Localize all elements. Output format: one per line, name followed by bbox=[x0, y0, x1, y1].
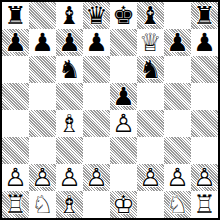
black-king-fill-glyph: ♚ bbox=[110, 2, 137, 29]
black-rook-fill-glyph: ♜ bbox=[2, 2, 29, 29]
square-b6[interactable] bbox=[29, 56, 56, 83]
white-king-piece: ♚♔ bbox=[110, 191, 137, 218]
square-d2[interactable]: ♟♙ bbox=[83, 164, 110, 191]
black-rook-fill-glyph: ♜ bbox=[191, 2, 218, 29]
square-h2[interactable]: ♟♙ bbox=[191, 164, 218, 191]
square-a6[interactable] bbox=[2, 56, 29, 83]
square-h1[interactable]: ♜♖ bbox=[191, 191, 218, 218]
black-knight-fill-glyph: ♞ bbox=[56, 56, 83, 83]
black-pawn-piece: ♟ bbox=[191, 29, 218, 56]
square-c3[interactable] bbox=[56, 137, 83, 164]
white-pawn-piece: ♟♙ bbox=[56, 164, 83, 191]
square-c1[interactable]: ♝♗ bbox=[56, 191, 83, 218]
square-d7[interactable]: ♟ bbox=[83, 29, 110, 56]
square-f4[interactable] bbox=[137, 110, 164, 137]
white-rook-outline-glyph: ♖ bbox=[191, 191, 218, 218]
black-queen-piece: ♛ bbox=[83, 2, 110, 29]
square-a3[interactable] bbox=[2, 137, 29, 164]
black-bishop-piece: ♝ bbox=[137, 2, 164, 29]
square-e8[interactable]: ♚ bbox=[110, 2, 137, 29]
black-rook-piece: ♜ bbox=[191, 2, 218, 29]
white-pawn-piece: ♟♙ bbox=[29, 164, 56, 191]
square-e5[interactable]: ♟ bbox=[110, 83, 137, 110]
square-c7[interactable]: ♟ bbox=[56, 29, 83, 56]
square-e6[interactable] bbox=[110, 56, 137, 83]
square-h7[interactable]: ♟ bbox=[191, 29, 218, 56]
black-pawn-fill-glyph: ♟ bbox=[83, 29, 110, 56]
square-e4[interactable]: ♟♙ bbox=[110, 110, 137, 137]
white-pawn-outline-glyph: ♙ bbox=[137, 164, 164, 191]
white-pawn-outline-glyph: ♙ bbox=[29, 164, 56, 191]
square-d3[interactable] bbox=[83, 137, 110, 164]
square-b8[interactable] bbox=[29, 2, 56, 29]
black-knight-piece: ♞ bbox=[137, 56, 164, 83]
square-f3[interactable] bbox=[137, 137, 164, 164]
white-rook-piece: ♜♖ bbox=[2, 191, 29, 218]
white-pawn-outline-glyph: ♙ bbox=[164, 164, 191, 191]
white-queen-outline-glyph: ♕ bbox=[137, 29, 164, 56]
square-a4[interactable] bbox=[2, 110, 29, 137]
square-g4[interactable] bbox=[164, 110, 191, 137]
black-pawn-fill-glyph: ♟ bbox=[56, 29, 83, 56]
square-h3[interactable] bbox=[191, 137, 218, 164]
square-h8[interactable]: ♜ bbox=[191, 2, 218, 29]
chess-board: ♜♝♛♚♝♜♟♟♟♟♛♕♟♟♞♞♟♝♗♟♙♟♙♟♙♟♙♟♙♟♙♟♙♟♙♜♖♞♘♝… bbox=[0, 0, 220, 220]
white-pawn-outline-glyph: ♙ bbox=[191, 164, 218, 191]
white-pawn-piece: ♟♙ bbox=[2, 164, 29, 191]
square-h5[interactable] bbox=[191, 83, 218, 110]
white-pawn-piece: ♟♙ bbox=[83, 164, 110, 191]
black-bishop-fill-glyph: ♝ bbox=[137, 2, 164, 29]
white-bishop-piece: ♝♗ bbox=[56, 191, 83, 218]
white-rook-outline-glyph: ♖ bbox=[2, 191, 29, 218]
white-pawn-outline-glyph: ♙ bbox=[83, 164, 110, 191]
black-rook-piece: ♜ bbox=[2, 2, 29, 29]
square-e2[interactable] bbox=[110, 164, 137, 191]
square-c4[interactable]: ♝♗ bbox=[56, 110, 83, 137]
black-king-piece: ♚ bbox=[110, 2, 137, 29]
black-pawn-fill-glyph: ♟ bbox=[2, 29, 29, 56]
square-c2[interactable]: ♟♙ bbox=[56, 164, 83, 191]
square-f8[interactable]: ♝ bbox=[137, 2, 164, 29]
square-g5[interactable] bbox=[164, 83, 191, 110]
square-b5[interactable] bbox=[29, 83, 56, 110]
square-b1[interactable]: ♞♘ bbox=[29, 191, 56, 218]
square-a1[interactable]: ♜♖ bbox=[2, 191, 29, 218]
square-a5[interactable] bbox=[2, 83, 29, 110]
white-pawn-outline-glyph: ♙ bbox=[2, 164, 29, 191]
white-pawn-piece: ♟♙ bbox=[164, 164, 191, 191]
white-knight-piece: ♞♘ bbox=[164, 191, 191, 218]
square-a8[interactable]: ♜ bbox=[2, 2, 29, 29]
square-d4[interactable] bbox=[83, 110, 110, 137]
square-g1[interactable]: ♞♘ bbox=[164, 191, 191, 218]
square-e1[interactable]: ♚♔ bbox=[110, 191, 137, 218]
black-pawn-piece: ♟ bbox=[164, 29, 191, 56]
black-bishop-piece: ♝ bbox=[56, 2, 83, 29]
square-a2[interactable]: ♟♙ bbox=[2, 164, 29, 191]
white-queen-piece: ♛♕ bbox=[137, 29, 164, 56]
white-knight-outline-glyph: ♘ bbox=[164, 191, 191, 218]
square-f7[interactable]: ♛♕ bbox=[137, 29, 164, 56]
white-knight-piece: ♞♘ bbox=[29, 191, 56, 218]
white-pawn-outline-glyph: ♙ bbox=[110, 110, 137, 137]
black-bishop-fill-glyph: ♝ bbox=[56, 2, 83, 29]
white-pawn-piece: ♟♙ bbox=[137, 164, 164, 191]
square-b7[interactable]: ♟ bbox=[29, 29, 56, 56]
white-rook-piece: ♜♖ bbox=[191, 191, 218, 218]
black-pawn-piece: ♟ bbox=[2, 29, 29, 56]
white-bishop-outline-glyph: ♗ bbox=[56, 191, 83, 218]
black-pawn-fill-glyph: ♟ bbox=[110, 83, 137, 110]
square-f2[interactable]: ♟♙ bbox=[137, 164, 164, 191]
white-pawn-outline-glyph: ♙ bbox=[56, 164, 83, 191]
square-e7[interactable] bbox=[110, 29, 137, 56]
black-pawn-fill-glyph: ♟ bbox=[29, 29, 56, 56]
square-a7[interactable]: ♟ bbox=[2, 29, 29, 56]
square-e3[interactable] bbox=[110, 137, 137, 164]
square-c8[interactable]: ♝ bbox=[56, 2, 83, 29]
black-pawn-piece: ♟ bbox=[110, 83, 137, 110]
white-pawn-piece: ♟♙ bbox=[110, 110, 137, 137]
black-queen-fill-glyph: ♛ bbox=[83, 2, 110, 29]
white-bishop-piece: ♝♗ bbox=[56, 110, 83, 137]
square-h4[interactable] bbox=[191, 110, 218, 137]
square-g8[interactable] bbox=[164, 2, 191, 29]
black-pawn-fill-glyph: ♟ bbox=[191, 29, 218, 56]
square-d6[interactable] bbox=[83, 56, 110, 83]
square-f1[interactable] bbox=[137, 191, 164, 218]
black-pawn-piece: ♟ bbox=[83, 29, 110, 56]
square-c5[interactable] bbox=[56, 83, 83, 110]
square-h6[interactable] bbox=[191, 56, 218, 83]
square-c6[interactable]: ♞ bbox=[56, 56, 83, 83]
black-pawn-fill-glyph: ♟ bbox=[164, 29, 191, 56]
square-g6[interactable] bbox=[164, 56, 191, 83]
square-g3[interactable] bbox=[164, 137, 191, 164]
square-f6[interactable]: ♞ bbox=[137, 56, 164, 83]
white-knight-outline-glyph: ♘ bbox=[29, 191, 56, 218]
square-d5[interactable] bbox=[83, 83, 110, 110]
white-bishop-outline-glyph: ♗ bbox=[56, 110, 83, 137]
white-king-outline-glyph: ♔ bbox=[110, 191, 137, 218]
square-b3[interactable] bbox=[29, 137, 56, 164]
square-g2[interactable]: ♟♙ bbox=[164, 164, 191, 191]
white-pawn-piece: ♟♙ bbox=[191, 164, 218, 191]
square-g7[interactable]: ♟ bbox=[164, 29, 191, 56]
black-knight-piece: ♞ bbox=[56, 56, 83, 83]
square-f5[interactable] bbox=[137, 83, 164, 110]
square-d1[interactable] bbox=[83, 191, 110, 218]
square-b2[interactable]: ♟♙ bbox=[29, 164, 56, 191]
black-pawn-piece: ♟ bbox=[56, 29, 83, 56]
black-knight-fill-glyph: ♞ bbox=[137, 56, 164, 83]
square-d8[interactable]: ♛ bbox=[83, 2, 110, 29]
black-pawn-piece: ♟ bbox=[29, 29, 56, 56]
square-b4[interactable] bbox=[29, 110, 56, 137]
